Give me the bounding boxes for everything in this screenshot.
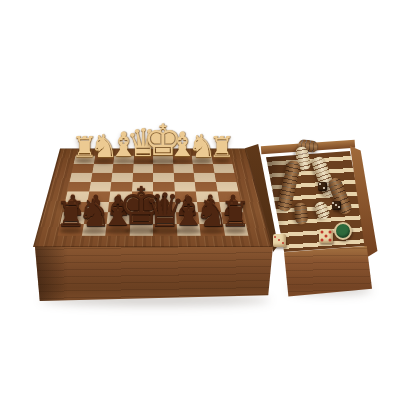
square-r1c7 (213, 164, 235, 173)
square-r0c3 (133, 156, 153, 164)
square-r0c7 (211, 156, 232, 164)
square-r5c4 (153, 202, 176, 213)
square-r4c1 (87, 191, 110, 201)
square-r7c7 (223, 224, 249, 236)
square-r7c6 (199, 224, 224, 236)
square-r7c2 (105, 224, 130, 236)
square-r1c2 (112, 164, 133, 173)
square-r1c3 (133, 164, 153, 173)
square-r3c4 (153, 182, 174, 192)
square-r5c6 (197, 202, 221, 213)
square-r2c2 (111, 173, 132, 182)
square-r0c4 (153, 156, 173, 164)
square-r7c3 (129, 224, 153, 236)
square-r2c3 (132, 173, 153, 182)
square-r6c6 (198, 212, 222, 223)
board-grid (58, 156, 249, 236)
square-r1c4 (153, 164, 173, 173)
square-r5c7 (219, 202, 243, 213)
square-r2c1 (90, 173, 112, 182)
die-pip (278, 239, 280, 241)
square-r0c0 (74, 156, 95, 164)
square-r5c1 (85, 202, 109, 213)
square-r4c2 (109, 191, 132, 201)
square-r6c1 (83, 212, 107, 223)
square-r7c0 (58, 224, 84, 236)
square-r5c5 (175, 202, 198, 213)
square-r5c2 (108, 202, 131, 213)
square-r3c6 (195, 182, 217, 192)
square-r2c5 (173, 173, 194, 182)
square-r7c4 (153, 224, 177, 236)
square-r1c6 (193, 164, 214, 173)
square-r0c2 (113, 156, 133, 164)
square-r3c1 (89, 182, 111, 192)
square-r6c7 (221, 212, 246, 223)
square-r0c1 (93, 156, 114, 164)
square-r4c3 (131, 191, 153, 201)
square-r4c7 (217, 191, 241, 201)
square-r1c0 (72, 164, 94, 173)
square-r3c7 (216, 182, 239, 192)
chess-board (33, 148, 273, 247)
square-r0c6 (192, 156, 213, 164)
square-r7c1 (81, 224, 106, 236)
square-r2c4 (153, 173, 174, 182)
square-r3c5 (174, 182, 196, 192)
square-r5c0 (63, 202, 87, 213)
square-r2c6 (194, 173, 216, 182)
square-r2c0 (70, 173, 92, 182)
square-r4c4 (153, 191, 175, 201)
square-r6c5 (176, 212, 200, 223)
square-r7c5 (176, 224, 201, 236)
square-r3c3 (132, 182, 153, 192)
product-photo-scene: ♜♞♝♛♚♝♞♜♟♟♟♟♟♟♟♟♜♞♝♚♛♝♞♜ (0, 0, 400, 400)
square-r1c1 (92, 164, 113, 173)
square-r3c0 (67, 182, 90, 192)
square-r3c2 (110, 182, 132, 192)
square-r4c5 (174, 191, 197, 201)
square-r6c0 (60, 212, 85, 223)
square-r0c5 (172, 156, 192, 164)
square-r4c0 (65, 191, 89, 201)
square-r6c2 (107, 212, 131, 223)
square-r1c5 (173, 164, 194, 173)
square-r2c7 (214, 173, 236, 182)
square-r4c6 (196, 191, 219, 201)
square-r6c4 (153, 212, 176, 223)
square-r6c3 (130, 212, 153, 223)
chess-box-front-face (35, 246, 273, 302)
square-r5c3 (130, 202, 153, 213)
